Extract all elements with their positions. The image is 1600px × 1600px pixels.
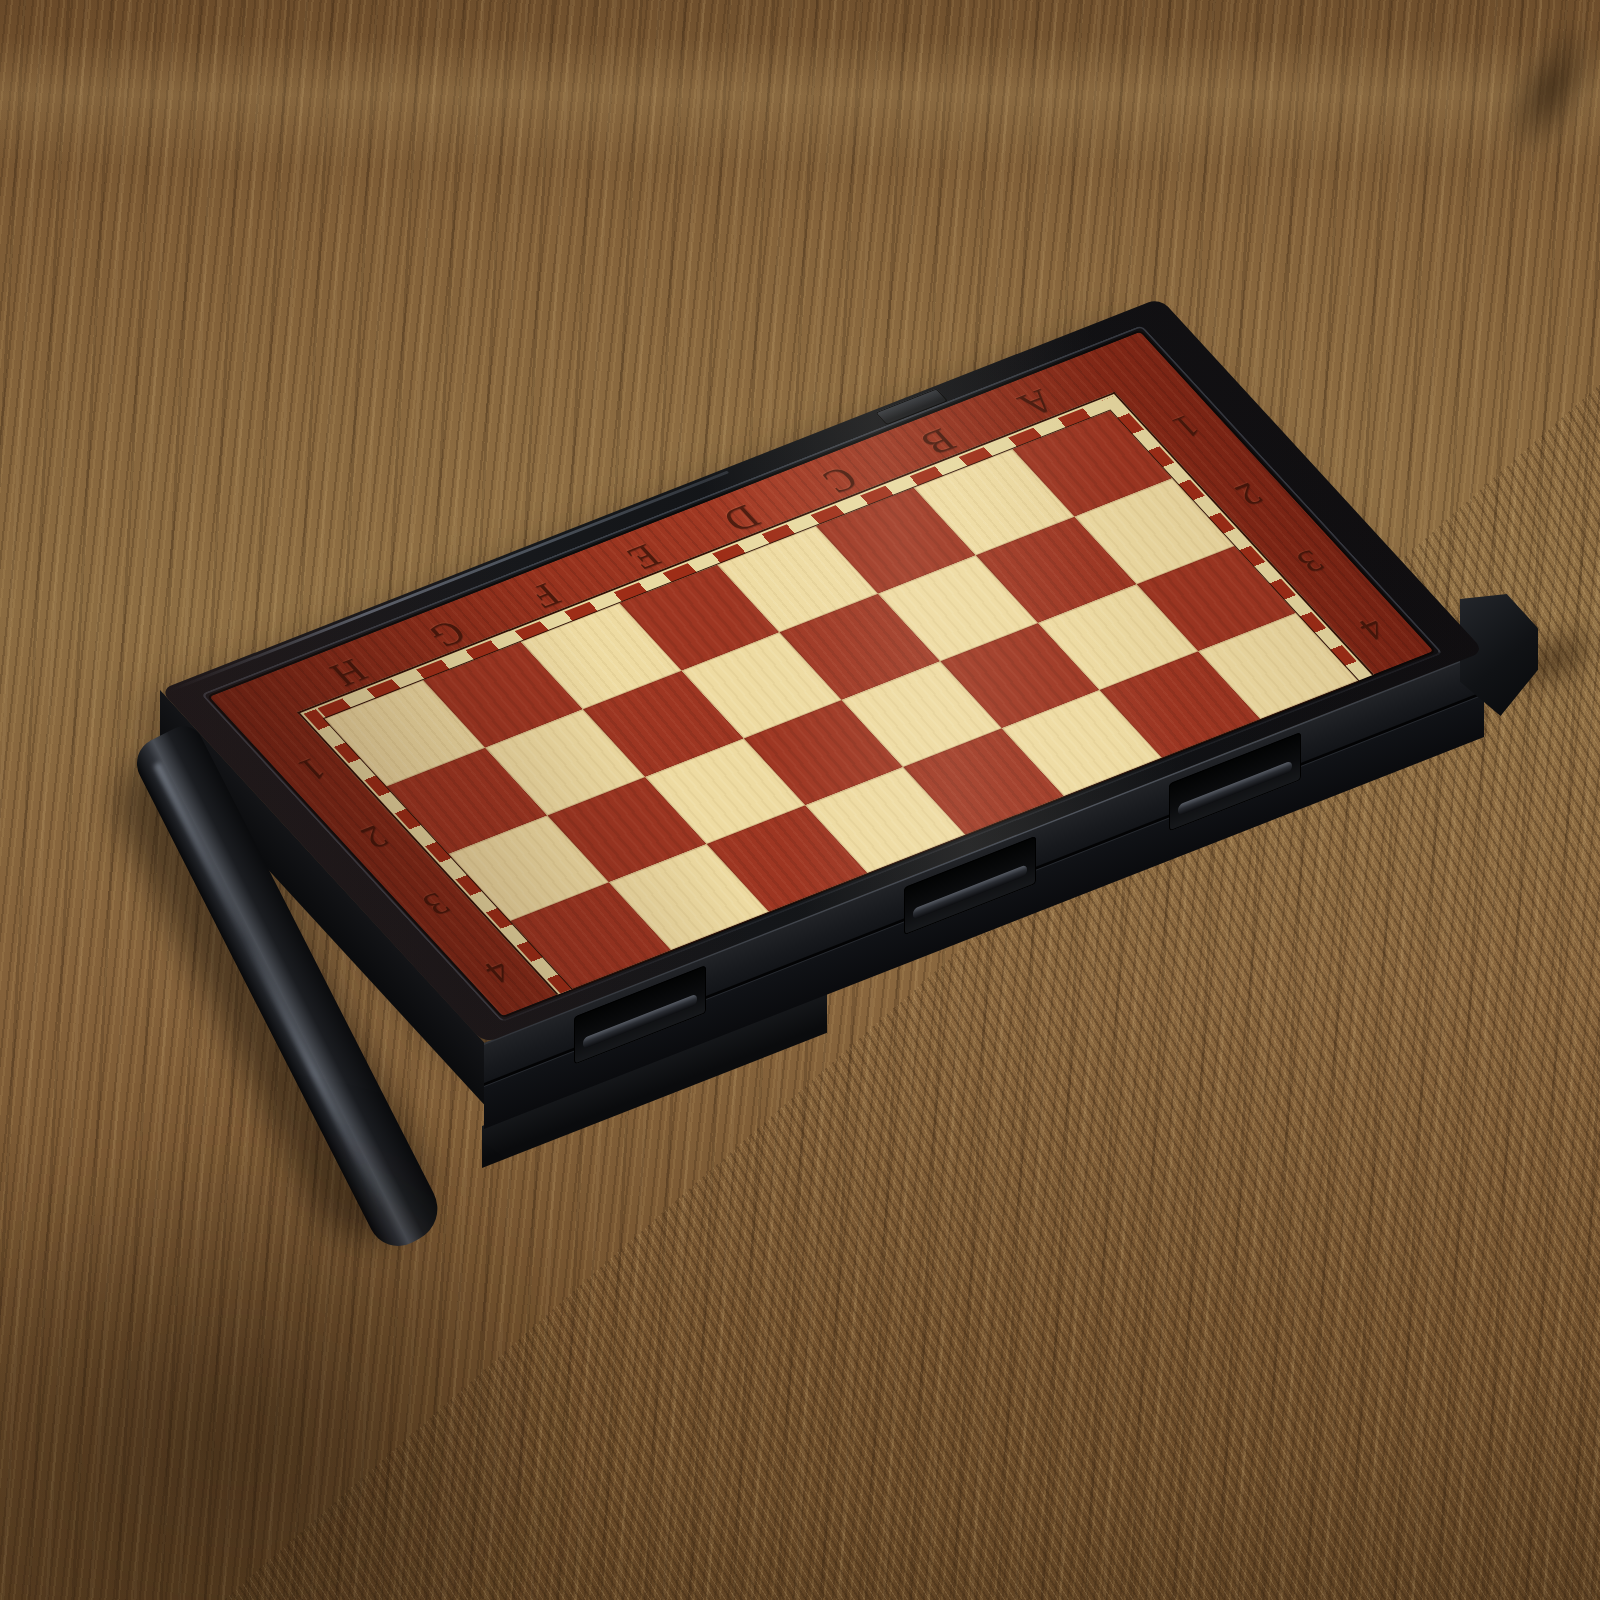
wood-knot: [1486, 7, 1600, 173]
rank-label-left-3: 3: [416, 888, 457, 921]
rank-label-right-4: 4: [1352, 613, 1393, 646]
rank-label-right-1: 1: [1166, 410, 1207, 443]
wood-light-band: [0, 36, 1600, 166]
rank-label-left-4: 4: [478, 955, 519, 988]
rank-label-right-3: 3: [1290, 545, 1331, 578]
photo-scene: HGFEDCBA 1234 1234: [0, 0, 1600, 1600]
rank-label-right-2: 2: [1228, 477, 1269, 510]
rank-label-left-1: 1: [292, 753, 333, 786]
rank-label-left-2: 2: [354, 820, 395, 853]
